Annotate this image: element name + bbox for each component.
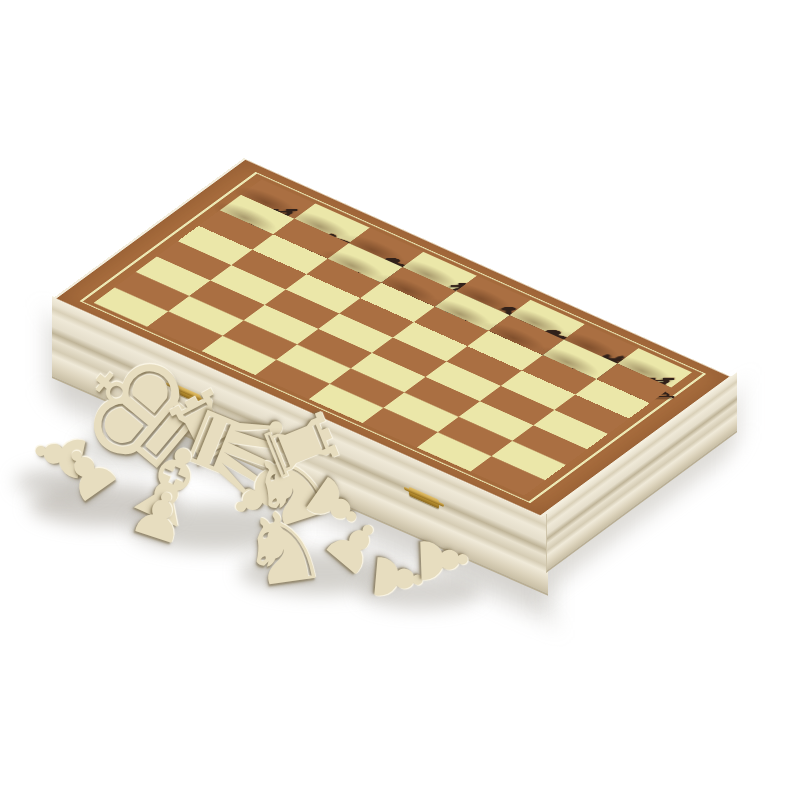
product-photo-stage: ♜♞♝♚♛♝♞♜♟♟♟♟♟♟ ♚♟♟♜♛♝♟♟♞♟♜♞♟♟♟ — [0, 0, 800, 800]
light-pawn-fallen: ♟ — [410, 530, 476, 590]
